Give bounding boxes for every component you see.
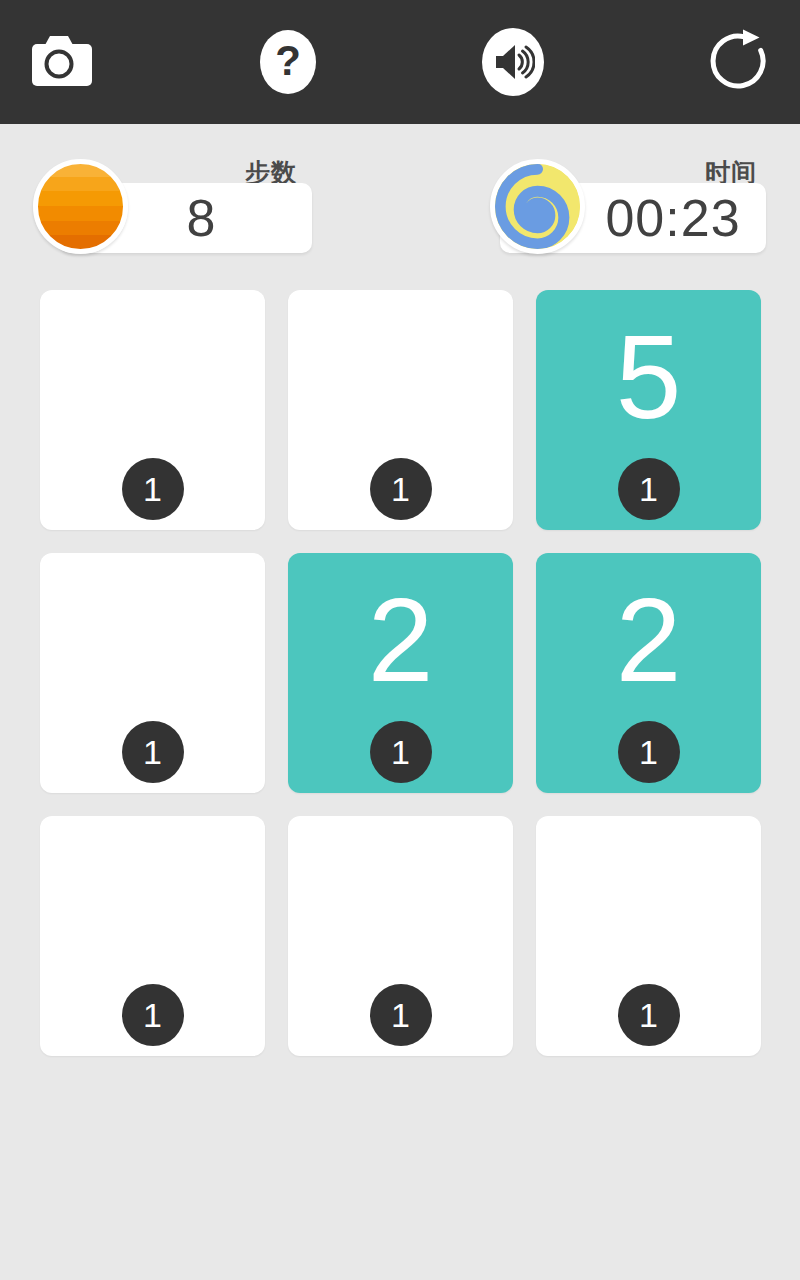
tile-r2c3[interactable]: 2 1 (536, 553, 761, 793)
sound-button[interactable] (453, 0, 573, 124)
question-icon: ? (260, 30, 316, 94)
move-count-badge: 1 (370, 721, 432, 783)
move-count-badge: 1 (370, 458, 432, 520)
badge-number: 1 (639, 733, 658, 772)
badge-number: 1 (639, 996, 658, 1035)
refresh-icon (706, 28, 770, 96)
steps-sun-icon (33, 159, 128, 254)
move-count-badge: 1 (618, 721, 680, 783)
badge-number: 1 (391, 733, 410, 772)
tile-r3c2[interactable]: 1 (288, 816, 513, 1056)
time-value: 00:23 (586, 183, 760, 253)
badge-number: 1 (391, 996, 410, 1035)
camera-icon (31, 33, 93, 91)
tile-value: 5 (536, 306, 761, 450)
time-swirl-icon (490, 159, 585, 254)
move-count-badge: 1 (122, 984, 184, 1046)
tile-r1c2[interactable]: 1 (288, 290, 513, 530)
badge-number: 1 (639, 470, 658, 509)
tile-r2c2[interactable]: 2 1 (288, 553, 513, 793)
board: 1 1 5 1 1 2 1 2 1 1 1 1 (40, 290, 761, 1056)
badge-number: 1 (143, 996, 162, 1035)
tile-value: 2 (536, 569, 761, 713)
tile-r1c1[interactable]: 1 (40, 290, 265, 530)
move-count-badge: 1 (122, 721, 184, 783)
tile-r3c1[interactable]: 1 (40, 816, 265, 1056)
tile-r1c3[interactable]: 5 1 (536, 290, 761, 530)
badge-number: 1 (143, 733, 162, 772)
tile-value: 2 (288, 569, 513, 713)
steps-value: 8 (110, 183, 292, 253)
tile-r2c1[interactable]: 1 (40, 553, 265, 793)
camera-button[interactable] (2, 0, 122, 124)
speaker-icon (482, 28, 544, 96)
restart-button[interactable] (678, 0, 798, 124)
badge-number: 1 (391, 470, 410, 509)
tile-r3c3[interactable]: 1 (536, 816, 761, 1056)
question-glyph: ? (275, 37, 301, 85)
move-count-badge: 1 (370, 984, 432, 1046)
move-count-badge: 1 (618, 458, 680, 520)
move-count-badge: 1 (122, 458, 184, 520)
help-button[interactable]: ? (228, 0, 348, 124)
topbar: ? (0, 0, 800, 124)
move-count-badge: 1 (618, 984, 680, 1046)
badge-number: 1 (143, 470, 162, 509)
